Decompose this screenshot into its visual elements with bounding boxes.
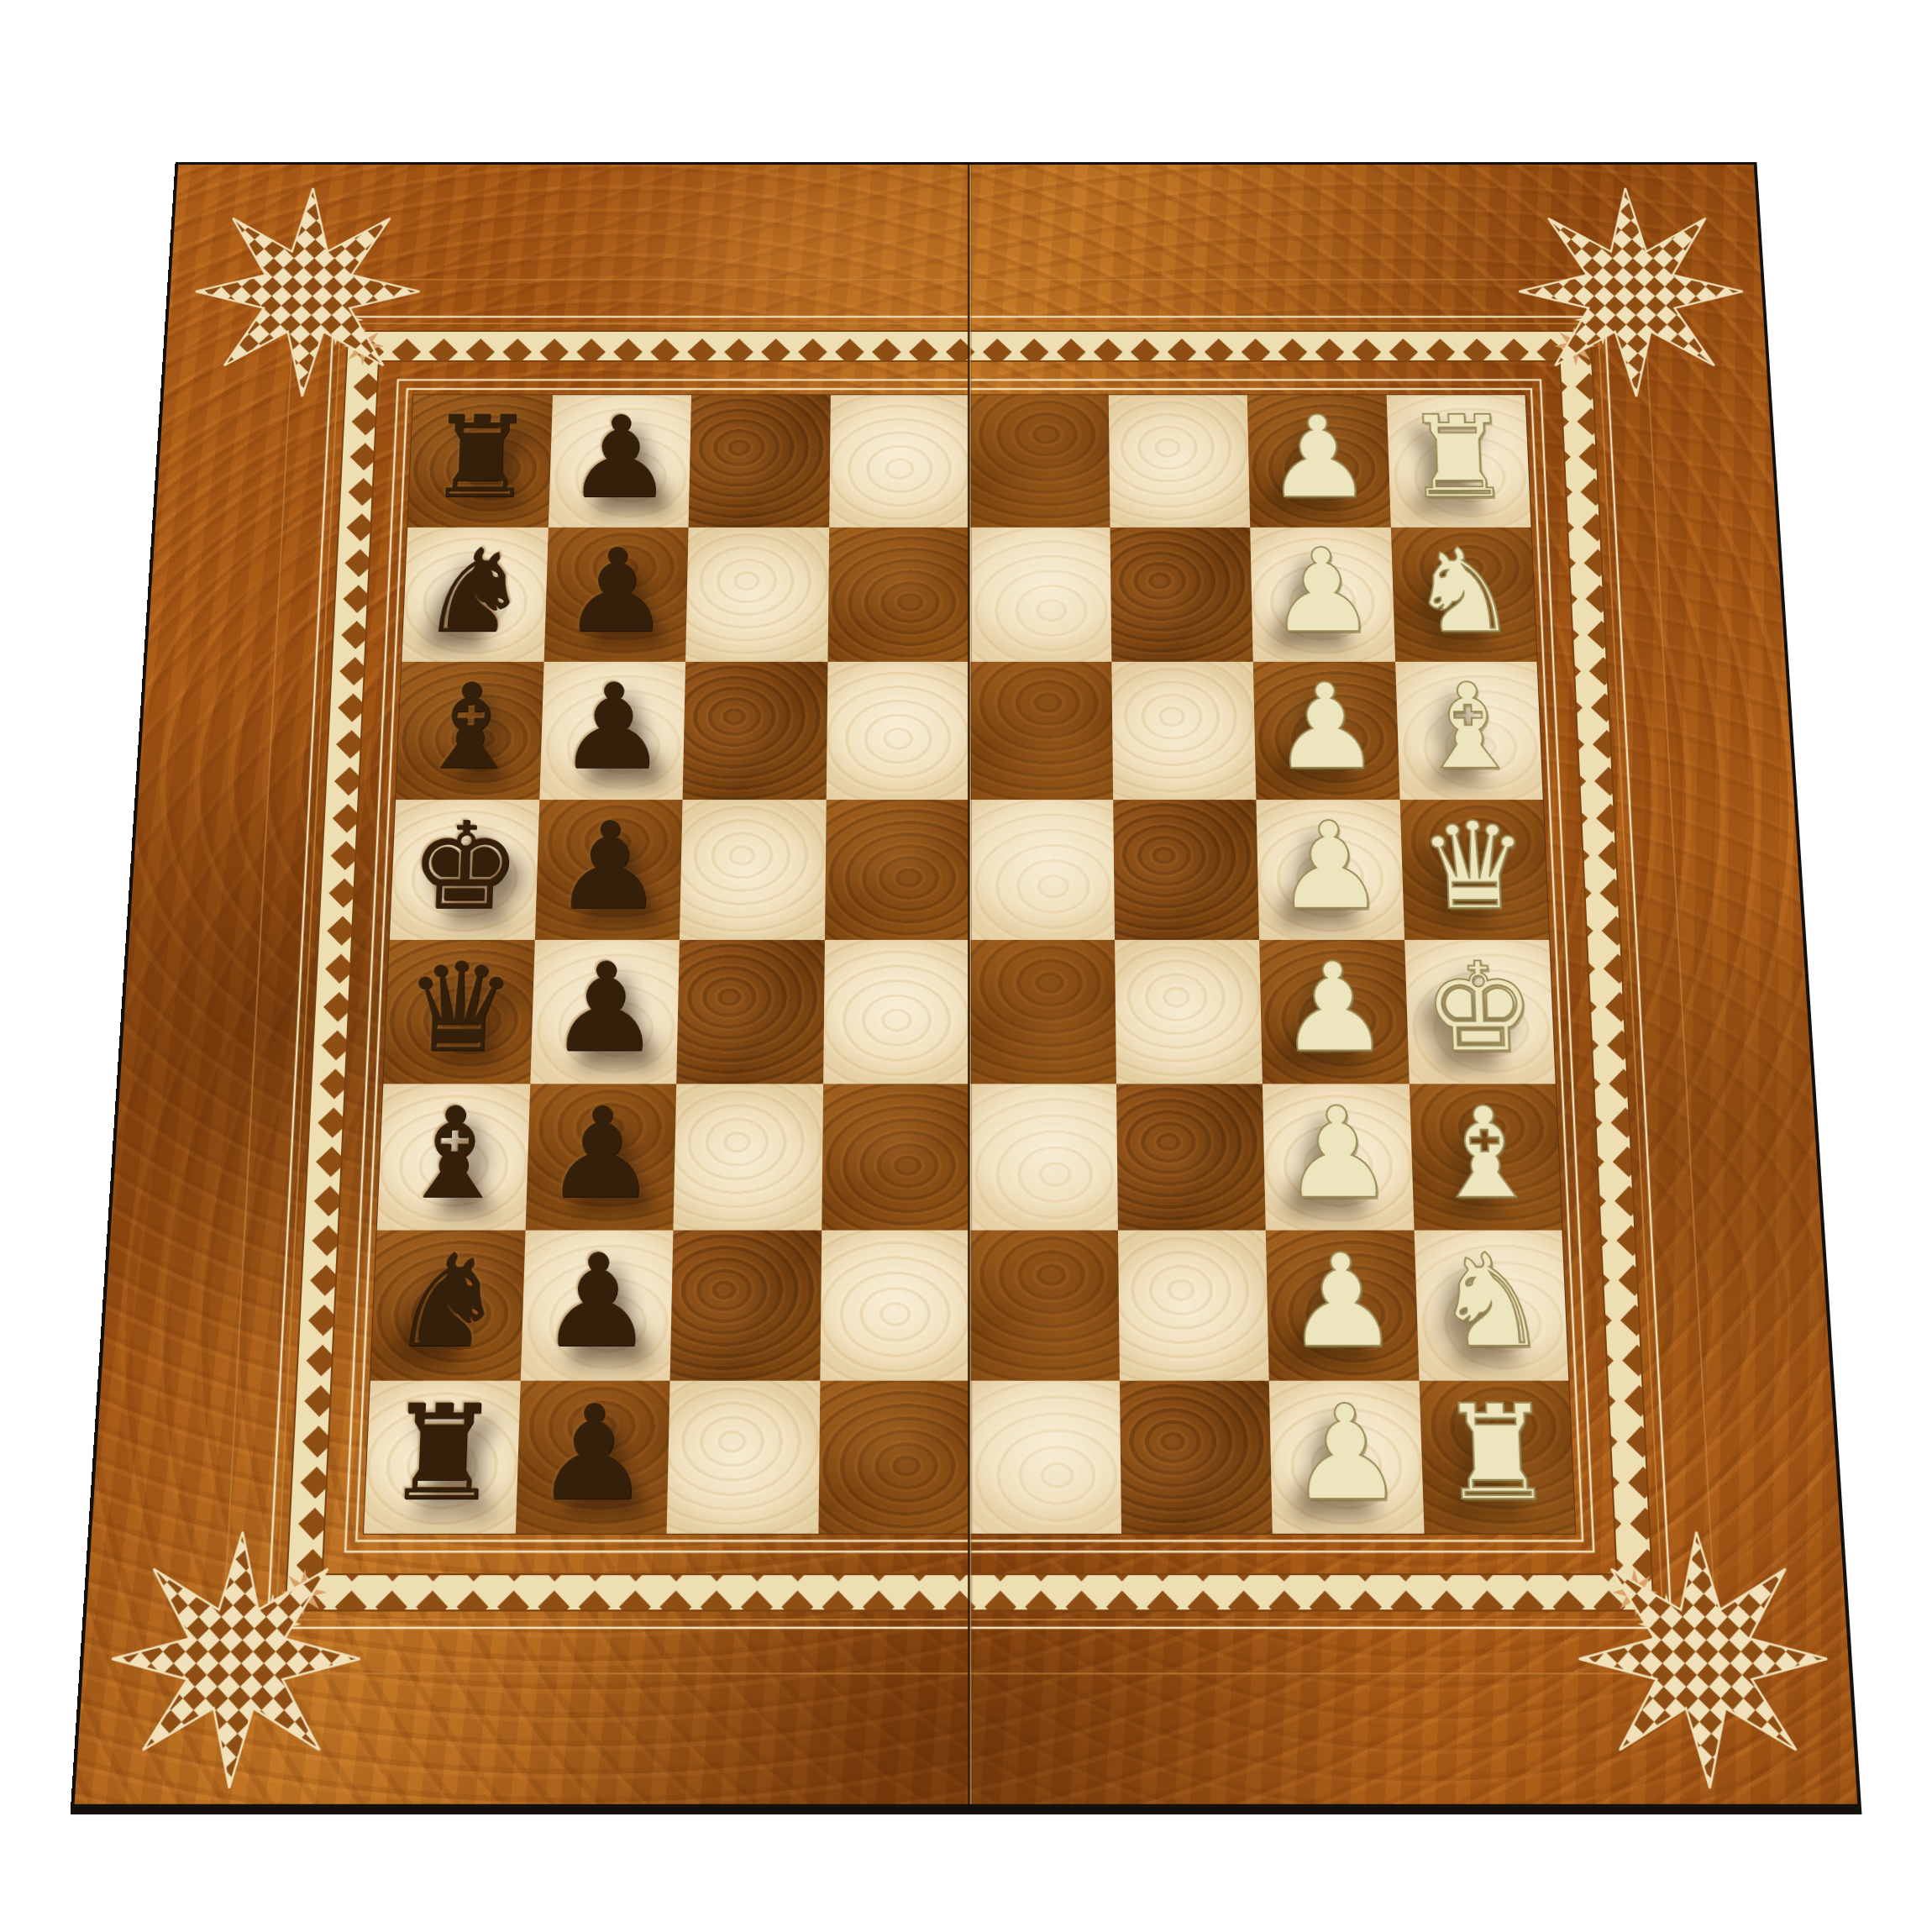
square-b3[interactable] xyxy=(1117,1231,1268,1381)
piece-black-rook-h8[interactable]: ♜ xyxy=(424,402,536,515)
square-c7[interactable]: ♟ xyxy=(525,1084,676,1231)
square-c2[interactable]: ♟ xyxy=(1263,1084,1414,1231)
square-f6[interactable] xyxy=(683,662,827,800)
square-b7[interactable]: ♟ xyxy=(520,1231,673,1381)
square-a5[interactable] xyxy=(818,1380,969,1534)
piece-white-pawn-g2[interactable]: ♟ xyxy=(1267,533,1378,649)
square-d6[interactable] xyxy=(676,940,824,1084)
piece-white-rook-h1[interactable]: ♜ xyxy=(1402,402,1514,515)
piece-white-pawn-b2[interactable]: ♟ xyxy=(1283,1237,1401,1366)
square-h7[interactable]: ♟ xyxy=(548,395,691,527)
square-g1[interactable]: ♞ xyxy=(1390,527,1536,661)
square-d2[interactable]: ♟ xyxy=(1259,940,1409,1084)
piece-black-pawn-e7[interactable]: ♟ xyxy=(552,806,666,927)
square-h1[interactable]: ♜ xyxy=(1386,395,1530,527)
square-a7[interactable]: ♟ xyxy=(515,1380,669,1534)
square-b6[interactable] xyxy=(670,1231,822,1381)
piece-white-rook-a1[interactable]: ♜ xyxy=(1436,1388,1557,1520)
square-d5[interactable] xyxy=(823,940,969,1084)
square-g4[interactable] xyxy=(969,527,1111,661)
square-e6[interactable] xyxy=(680,800,826,940)
square-d3[interactable] xyxy=(1115,940,1263,1084)
square-h2[interactable]: ♟ xyxy=(1247,395,1391,527)
square-c8[interactable]: ♝ xyxy=(377,1084,530,1231)
square-a8[interactable]: ♜ xyxy=(364,1380,520,1534)
square-g2[interactable]: ♟ xyxy=(1250,527,1394,661)
piece-black-pawn-b7[interactable]: ♟ xyxy=(538,1237,656,1366)
square-g6[interactable] xyxy=(685,527,829,661)
piece-black-pawn-g7[interactable]: ♟ xyxy=(560,533,672,649)
square-g7[interactable]: ♟ xyxy=(543,527,688,661)
piece-white-queen-e1[interactable]: ♛ xyxy=(1416,806,1532,927)
square-b8[interactable]: ♞ xyxy=(370,1231,525,1381)
square-c1[interactable]: ♝ xyxy=(1409,1084,1562,1231)
square-a4[interactable] xyxy=(969,1380,1121,1534)
piece-black-pawn-h7[interactable]: ♟ xyxy=(564,402,675,515)
square-e8[interactable]: ♚ xyxy=(390,800,539,940)
square-g8[interactable]: ♞ xyxy=(402,527,548,661)
square-b2[interactable]: ♟ xyxy=(1266,1231,1419,1381)
square-f4[interactable] xyxy=(969,662,1113,800)
board-fold-line xyxy=(968,165,973,1804)
piece-black-pawn-d7[interactable]: ♟ xyxy=(547,947,662,1070)
square-a1[interactable]: ♜ xyxy=(1419,1380,1575,1534)
square-f5[interactable] xyxy=(826,662,969,800)
piece-white-knight-g1[interactable]: ♞ xyxy=(1407,533,1520,649)
square-h5[interactable] xyxy=(829,395,969,527)
square-e4[interactable] xyxy=(969,800,1115,940)
square-b1[interactable]: ♞ xyxy=(1414,1231,1568,1381)
piece-white-pawn-d2[interactable]: ♟ xyxy=(1276,947,1391,1070)
square-a2[interactable]: ♟ xyxy=(1269,1380,1424,1534)
corner-star-top-right xyxy=(1515,188,1749,396)
square-g5[interactable] xyxy=(827,527,969,661)
square-e7[interactable]: ♟ xyxy=(534,800,682,940)
square-h3[interactable] xyxy=(1108,395,1250,527)
piece-white-king-d1[interactable]: ♚ xyxy=(1421,947,1538,1070)
piece-black-pawn-f7[interactable]: ♟ xyxy=(556,669,669,786)
square-e5[interactable] xyxy=(824,800,969,940)
square-f1[interactable]: ♝ xyxy=(1395,662,1543,800)
square-c4[interactable] xyxy=(969,1084,1117,1231)
square-b4[interactable] xyxy=(969,1231,1119,1381)
square-g3[interactable] xyxy=(1110,527,1253,661)
square-a6[interactable] xyxy=(667,1380,820,1534)
piece-black-pawn-a7[interactable]: ♟ xyxy=(533,1388,653,1520)
piece-black-bishop-f8[interactable]: ♝ xyxy=(412,669,527,786)
square-a3[interactable] xyxy=(1119,1380,1272,1534)
photo-background: ♜♟♟♜♞♟♟♞♝♟♟♝♚♟♟♛♛♟♟♚♝♟♟♝♞♟♟♞♜♟♟♜ xyxy=(0,0,1932,1932)
piece-black-bishop-c8[interactable]: ♝ xyxy=(395,1090,513,1216)
square-d7[interactable]: ♟ xyxy=(530,940,680,1084)
square-f2[interactable]: ♟ xyxy=(1253,662,1399,800)
corner-star-top-left xyxy=(189,188,423,396)
square-h4[interactable] xyxy=(969,395,1110,527)
square-f8[interactable]: ♝ xyxy=(396,662,543,800)
piece-black-pawn-c7[interactable]: ♟ xyxy=(543,1090,659,1216)
square-e3[interactable] xyxy=(1113,800,1259,940)
piece-black-knight-g8[interactable]: ♞ xyxy=(418,533,531,649)
square-f7[interactable]: ♟ xyxy=(539,662,685,800)
piece-white-pawn-a2[interactable]: ♟ xyxy=(1286,1388,1405,1520)
piece-white-bishop-f1[interactable]: ♝ xyxy=(1411,669,1525,786)
chess-board: ♜♟♟♜♞♟♟♞♝♟♟♝♚♟♟♛♛♟♟♚♝♟♟♝♞♟♟♞♜♟♟♜ xyxy=(71,162,1862,1814)
piece-black-rook-a8[interactable]: ♜ xyxy=(382,1388,503,1520)
square-c5[interactable] xyxy=(822,1084,969,1231)
piece-white-knight-b1[interactable]: ♞ xyxy=(1431,1237,1551,1366)
square-f3[interactable] xyxy=(1111,662,1257,800)
corner-star-bottom-left xyxy=(104,1532,365,1788)
square-h6[interactable] xyxy=(689,395,831,527)
piece-white-pawn-e2[interactable]: ♟ xyxy=(1273,806,1387,927)
square-e1[interactable]: ♛ xyxy=(1399,800,1549,940)
square-c3[interactable] xyxy=(1116,1084,1265,1231)
piece-white-pawn-f2[interactable]: ♟ xyxy=(1269,669,1382,786)
piece-white-pawn-c2[interactable]: ♟ xyxy=(1279,1090,1396,1216)
piece-black-king-e8[interactable]: ♚ xyxy=(407,806,522,927)
square-e2[interactable]: ♟ xyxy=(1256,800,1404,940)
square-h8[interactable]: ♜ xyxy=(407,395,552,527)
square-c6[interactable] xyxy=(673,1084,822,1231)
square-d1[interactable]: ♚ xyxy=(1404,940,1556,1084)
piece-black-queen-d8[interactable]: ♛ xyxy=(401,947,517,1070)
piece-white-pawn-h2[interactable]: ♟ xyxy=(1263,402,1374,515)
corner-star-bottom-right xyxy=(1573,1532,1835,1788)
piece-white-bishop-c1[interactable]: ♝ xyxy=(1426,1090,1545,1216)
piece-black-knight-b8[interactable]: ♞ xyxy=(388,1237,507,1366)
square-d4[interactable] xyxy=(969,940,1116,1084)
square-b5[interactable] xyxy=(820,1231,969,1381)
square-d8[interactable]: ♛ xyxy=(383,940,534,1084)
